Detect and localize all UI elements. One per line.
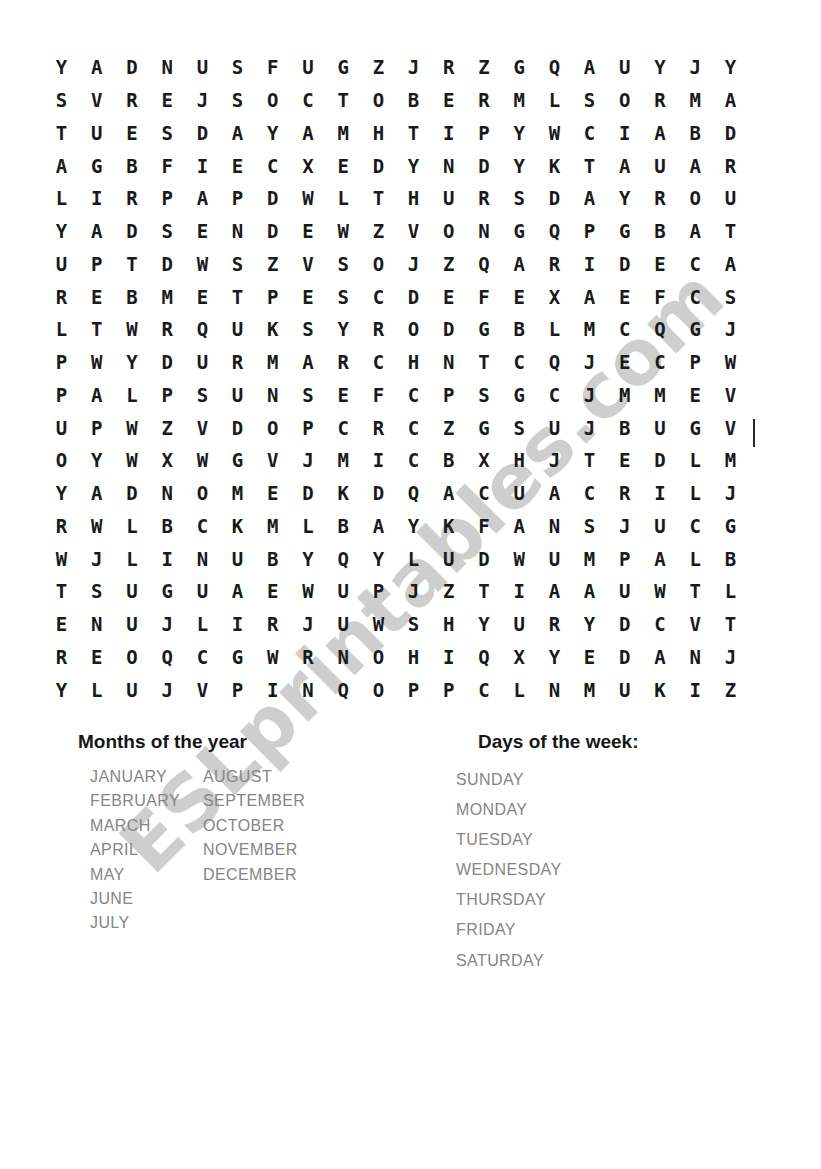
grid-cell-r16c6[interactable]: U (220, 542, 255, 575)
grid-cell-r3c6[interactable]: A (220, 117, 255, 150)
grid-cell-r10c4[interactable]: D (150, 346, 185, 379)
grid-cell-r6c19[interactable]: A (678, 215, 713, 248)
grid-cell-r8c16[interactable]: A (572, 280, 607, 313)
grid-cell-r3c2[interactable]: U (79, 117, 114, 150)
grid-cell-r2c13[interactable]: R (466, 84, 501, 117)
grid-cell-r3c9[interactable]: M (326, 117, 361, 150)
grid-cell-r15c10[interactable]: A (361, 510, 396, 543)
grid-cell-r8c20[interactable]: S (713, 280, 748, 313)
grid-cell-r19c2[interactable]: E (79, 641, 114, 674)
grid-cell-r3c10[interactable]: H (361, 117, 396, 150)
grid-cell-r8c10[interactable]: C (361, 280, 396, 313)
grid-cell-r2c2[interactable]: V (79, 84, 114, 117)
grid-cell-r16c11[interactable]: L (396, 542, 431, 575)
grid-cell-r16c5[interactable]: N (185, 542, 220, 575)
grid-cell-r8c19[interactable]: C (678, 280, 713, 313)
grid-cell-r13c8[interactable]: J (290, 444, 325, 477)
grid-cell-r2c10[interactable]: O (361, 84, 396, 117)
grid-cell-r19c11[interactable]: H (396, 641, 431, 674)
grid-cell-r9c7[interactable]: K (255, 313, 290, 346)
grid-cell-r13c6[interactable]: G (220, 444, 255, 477)
grid-cell-r10c6[interactable]: R (220, 346, 255, 379)
grid-cell-r20c9[interactable]: Q (326, 673, 361, 706)
grid-cell-r19c13[interactable]: Q (466, 641, 501, 674)
grid-cell-r4c3[interactable]: B (114, 149, 149, 182)
grid-cell-r15c11[interactable]: Y (396, 510, 431, 543)
grid-cell-r1c12[interactable]: R (431, 51, 466, 84)
grid-cell-r18c1[interactable]: E (44, 608, 79, 641)
grid-cell-r6c1[interactable]: Y (44, 215, 79, 248)
grid-cell-r15c2[interactable]: W (79, 510, 114, 543)
grid-cell-r1c15[interactable]: Q (537, 51, 572, 84)
grid-cell-r15c19[interactable]: C (678, 510, 713, 543)
grid-cell-r19c4[interactable]: Q (150, 641, 185, 674)
grid-cell-r5c10[interactable]: T (361, 182, 396, 215)
grid-cell-r17c8[interactable]: W (290, 575, 325, 608)
grid-cell-r4c18[interactable]: U (642, 149, 677, 182)
grid-cell-r14c12[interactable]: A (431, 477, 466, 510)
grid-cell-r2c5[interactable]: J (185, 84, 220, 117)
grid-cell-r2c16[interactable]: S (572, 84, 607, 117)
grid-cell-r2c14[interactable]: M (502, 84, 537, 117)
grid-cell-r13c16[interactable]: T (572, 444, 607, 477)
grid-cell-r8c15[interactable]: X (537, 280, 572, 313)
grid-cell-r4c12[interactable]: N (431, 149, 466, 182)
grid-cell-r12c1[interactable]: U (44, 411, 79, 444)
grid-cell-r14c16[interactable]: C (572, 477, 607, 510)
grid-cell-r3c15[interactable]: W (537, 117, 572, 150)
grid-cell-r3c19[interactable]: B (678, 117, 713, 150)
grid-cell-r7c7[interactable]: Z (255, 248, 290, 281)
grid-cell-r10c10[interactable]: C (361, 346, 396, 379)
grid-cell-r6c7[interactable]: D (255, 215, 290, 248)
grid-cell-r9c16[interactable]: M (572, 313, 607, 346)
grid-cell-r14c9[interactable]: K (326, 477, 361, 510)
grid-cell-r15c3[interactable]: L (114, 510, 149, 543)
grid-cell-r19c19[interactable]: N (678, 641, 713, 674)
grid-cell-r17c12[interactable]: Z (431, 575, 466, 608)
grid-cell-r3c8[interactable]: A (290, 117, 325, 150)
grid-cell-r6c3[interactable]: D (114, 215, 149, 248)
grid-cell-r5c18[interactable]: R (642, 182, 677, 215)
grid-cell-r5c4[interactable]: P (150, 182, 185, 215)
grid-cell-r3c18[interactable]: A (642, 117, 677, 150)
grid-cell-r7c2[interactable]: P (79, 248, 114, 281)
grid-cell-r16c19[interactable]: L (678, 542, 713, 575)
grid-cell-r14c19[interactable]: L (678, 477, 713, 510)
grid-cell-r20c13[interactable]: C (466, 673, 501, 706)
grid-cell-r8c11[interactable]: D (396, 280, 431, 313)
grid-cell-r18c18[interactable]: C (642, 608, 677, 641)
grid-cell-r6c2[interactable]: A (79, 215, 114, 248)
grid-cell-r10c2[interactable]: W (79, 346, 114, 379)
grid-cell-r20c11[interactable]: P (396, 673, 431, 706)
grid-cell-r13c7[interactable]: V (255, 444, 290, 477)
grid-cell-r9c10[interactable]: R (361, 313, 396, 346)
grid-cell-r5c12[interactable]: U (431, 182, 466, 215)
grid-cell-r16c20[interactable]: B (713, 542, 748, 575)
grid-cell-r15c13[interactable]: F (466, 510, 501, 543)
grid-cell-r8c17[interactable]: E (607, 280, 642, 313)
grid-cell-r16c2[interactable]: J (79, 542, 114, 575)
grid-cell-r3c17[interactable]: I (607, 117, 642, 150)
grid-cell-r4c4[interactable]: F (150, 149, 185, 182)
grid-cell-r1c14[interactable]: G (502, 51, 537, 84)
grid-cell-r4c10[interactable]: D (361, 149, 396, 182)
grid-cell-r10c15[interactable]: Q (537, 346, 572, 379)
grid-cell-r4c14[interactable]: Y (502, 149, 537, 182)
grid-cell-r11c15[interactable]: C (537, 379, 572, 412)
grid-cell-r9c15[interactable]: L (537, 313, 572, 346)
grid-cell-r11c16[interactable]: J (572, 379, 607, 412)
grid-cell-r7c1[interactable]: U (44, 248, 79, 281)
grid-cell-r4c11[interactable]: Y (396, 149, 431, 182)
grid-cell-r3c5[interactable]: D (185, 117, 220, 150)
grid-cell-r20c10[interactable]: O (361, 673, 396, 706)
grid-cell-r9c12[interactable]: D (431, 313, 466, 346)
grid-cell-r4c16[interactable]: T (572, 149, 607, 182)
grid-cell-r18c2[interactable]: N (79, 608, 114, 641)
grid-cell-r4c8[interactable]: X (290, 149, 325, 182)
grid-cell-r2c20[interactable]: A (713, 84, 748, 117)
grid-cell-r7c9[interactable]: S (326, 248, 361, 281)
grid-cell-r7c5[interactable]: W (185, 248, 220, 281)
grid-cell-r20c4[interactable]: J (150, 673, 185, 706)
grid-cell-r2c9[interactable]: T (326, 84, 361, 117)
grid-cell-r6c6[interactable]: N (220, 215, 255, 248)
grid-cell-r20c16[interactable]: M (572, 673, 607, 706)
grid-cell-r12c17[interactable]: B (607, 411, 642, 444)
grid-cell-r1c16[interactable]: A (572, 51, 607, 84)
grid-cell-r5c20[interactable]: U (713, 182, 748, 215)
grid-cell-r17c4[interactable]: G (150, 575, 185, 608)
grid-cell-r10c11[interactable]: H (396, 346, 431, 379)
grid-cell-r16c15[interactable]: U (537, 542, 572, 575)
grid-cell-r3c16[interactable]: C (572, 117, 607, 150)
grid-cell-r5c15[interactable]: D (537, 182, 572, 215)
grid-cell-r1c9[interactable]: G (326, 51, 361, 84)
grid-cell-r15c20[interactable]: G (713, 510, 748, 543)
grid-cell-r16c7[interactable]: B (255, 542, 290, 575)
grid-cell-r6c11[interactable]: V (396, 215, 431, 248)
grid-cell-r20c17[interactable]: U (607, 673, 642, 706)
grid-cell-r9c20[interactable]: J (713, 313, 748, 346)
grid-cell-r10c3[interactable]: Y (114, 346, 149, 379)
grid-cell-r10c1[interactable]: P (44, 346, 79, 379)
grid-cell-r12c15[interactable]: U (537, 411, 572, 444)
grid-cell-r8c4[interactable]: M (150, 280, 185, 313)
grid-cell-r4c2[interactable]: G (79, 149, 114, 182)
grid-cell-r19c17[interactable]: D (607, 641, 642, 674)
grid-cell-r12c16[interactable]: J (572, 411, 607, 444)
grid-cell-r18c7[interactable]: R (255, 608, 290, 641)
grid-cell-r11c20[interactable]: V (713, 379, 748, 412)
grid-cell-r7c11[interactable]: J (396, 248, 431, 281)
grid-cell-r7c20[interactable]: A (713, 248, 748, 281)
grid-cell-r3c13[interactable]: P (466, 117, 501, 150)
grid-cell-r4c15[interactable]: K (537, 149, 572, 182)
grid-cell-r14c6[interactable]: M (220, 477, 255, 510)
grid-cell-r10c5[interactable]: U (185, 346, 220, 379)
grid-cell-r6c17[interactable]: G (607, 215, 642, 248)
grid-cell-r19c1[interactable]: R (44, 641, 79, 674)
grid-cell-r11c7[interactable]: N (255, 379, 290, 412)
grid-cell-r13c15[interactable]: J (537, 444, 572, 477)
grid-cell-r20c18[interactable]: K (642, 673, 677, 706)
grid-cell-r16c16[interactable]: M (572, 542, 607, 575)
grid-cell-r1c1[interactable]: Y (44, 51, 79, 84)
grid-cell-r2c18[interactable]: R (642, 84, 677, 117)
grid-cell-r4c1[interactable]: A (44, 149, 79, 182)
grid-cell-r6c20[interactable]: T (713, 215, 748, 248)
grid-cell-r7c4[interactable]: D (150, 248, 185, 281)
grid-cell-r2c12[interactable]: E (431, 84, 466, 117)
grid-cell-r3c3[interactable]: E (114, 117, 149, 150)
grid-cell-r17c17[interactable]: U (607, 575, 642, 608)
grid-cell-r5c11[interactable]: H (396, 182, 431, 215)
grid-cell-r7c6[interactable]: S (220, 248, 255, 281)
grid-cell-r12c18[interactable]: U (642, 411, 677, 444)
grid-cell-r10c19[interactable]: P (678, 346, 713, 379)
grid-cell-r17c15[interactable]: A (537, 575, 572, 608)
grid-cell-r15c8[interactable]: L (290, 510, 325, 543)
grid-cell-r7c17[interactable]: D (607, 248, 642, 281)
grid-cell-r14c14[interactable]: U (502, 477, 537, 510)
grid-cell-r5c16[interactable]: A (572, 182, 607, 215)
grid-cell-r18c6[interactable]: I (220, 608, 255, 641)
grid-cell-r9c9[interactable]: Y (326, 313, 361, 346)
grid-cell-r9c1[interactable]: L (44, 313, 79, 346)
grid-cell-r12c6[interactable]: D (220, 411, 255, 444)
grid-cell-r9c8[interactable]: S (290, 313, 325, 346)
grid-cell-r10c20[interactable]: W (713, 346, 748, 379)
grid-cell-r16c17[interactable]: P (607, 542, 642, 575)
grid-cell-r12c20[interactable]: V (713, 411, 748, 444)
grid-cell-r15c17[interactable]: J (607, 510, 642, 543)
grid-cell-r1c11[interactable]: J (396, 51, 431, 84)
grid-cell-r14c5[interactable]: O (185, 477, 220, 510)
grid-cell-r19c12[interactable]: I (431, 641, 466, 674)
grid-cell-r15c9[interactable]: B (326, 510, 361, 543)
grid-cell-r2c3[interactable]: R (114, 84, 149, 117)
grid-cell-r8c14[interactable]: E (502, 280, 537, 313)
grid-cell-r12c7[interactable]: O (255, 411, 290, 444)
grid-cell-r18c12[interactable]: H (431, 608, 466, 641)
grid-cell-r15c4[interactable]: B (150, 510, 185, 543)
grid-cell-r17c20[interactable]: L (713, 575, 748, 608)
grid-cell-r19c6[interactable]: G (220, 641, 255, 674)
grid-cell-r18c17[interactable]: D (607, 608, 642, 641)
grid-cell-r16c3[interactable]: L (114, 542, 149, 575)
grid-cell-r1c13[interactable]: Z (466, 51, 501, 84)
grid-cell-r10c14[interactable]: C (502, 346, 537, 379)
grid-cell-r3c12[interactable]: I (431, 117, 466, 150)
grid-cell-r13c5[interactable]: W (185, 444, 220, 477)
grid-cell-r14c15[interactable]: A (537, 477, 572, 510)
grid-cell-r10c12[interactable]: N (431, 346, 466, 379)
grid-cell-r17c5[interactable]: U (185, 575, 220, 608)
grid-cell-r12c19[interactable]: G (678, 411, 713, 444)
grid-cell-r8c13[interactable]: F (466, 280, 501, 313)
grid-cell-r4c17[interactable]: A (607, 149, 642, 182)
grid-cell-r19c5[interactable]: C (185, 641, 220, 674)
grid-cell-r2c7[interactable]: O (255, 84, 290, 117)
grid-cell-r7c10[interactable]: O (361, 248, 396, 281)
grid-cell-r20c14[interactable]: L (502, 673, 537, 706)
grid-cell-r11c1[interactable]: P (44, 379, 79, 412)
grid-cell-r19c20[interactable]: J (713, 641, 748, 674)
grid-cell-r6c18[interactable]: B (642, 215, 677, 248)
grid-cell-r14c10[interactable]: D (361, 477, 396, 510)
grid-cell-r6c13[interactable]: N (466, 215, 501, 248)
grid-cell-r9c2[interactable]: T (79, 313, 114, 346)
grid-cell-r5c9[interactable]: L (326, 182, 361, 215)
grid-cell-r10c9[interactable]: R (326, 346, 361, 379)
grid-cell-r17c1[interactable]: T (44, 575, 79, 608)
grid-cell-r15c5[interactable]: C (185, 510, 220, 543)
grid-cell-r12c2[interactable]: P (79, 411, 114, 444)
grid-cell-r7c15[interactable]: R (537, 248, 572, 281)
grid-cell-r2c4[interactable]: E (150, 84, 185, 117)
grid-cell-r15c14[interactable]: A (502, 510, 537, 543)
grid-cell-r14c11[interactable]: Q (396, 477, 431, 510)
grid-cell-r11c8[interactable]: S (290, 379, 325, 412)
grid-cell-r1c18[interactable]: Y (642, 51, 677, 84)
grid-cell-r14c4[interactable]: N (150, 477, 185, 510)
grid-cell-r9c14[interactable]: B (502, 313, 537, 346)
grid-cell-r13c14[interactable]: H (502, 444, 537, 477)
grid-cell-r2c19[interactable]: M (678, 84, 713, 117)
grid-cell-r1c6[interactable]: S (220, 51, 255, 84)
grid-cell-r3c11[interactable]: T (396, 117, 431, 150)
grid-cell-r13c13[interactable]: X (466, 444, 501, 477)
grid-cell-r1c7[interactable]: F (255, 51, 290, 84)
grid-cell-r6c16[interactable]: P (572, 215, 607, 248)
grid-cell-r17c11[interactable]: J (396, 575, 431, 608)
grid-cell-r19c15[interactable]: Y (537, 641, 572, 674)
grid-cell-r16c9[interactable]: Q (326, 542, 361, 575)
grid-cell-r20c15[interactable]: N (537, 673, 572, 706)
grid-cell-r13c11[interactable]: C (396, 444, 431, 477)
grid-cell-r7c18[interactable]: E (642, 248, 677, 281)
grid-cell-r6c9[interactable]: W (326, 215, 361, 248)
grid-cell-r6c5[interactable]: E (185, 215, 220, 248)
grid-cell-r16c10[interactable]: Y (361, 542, 396, 575)
grid-cell-r17c19[interactable]: T (678, 575, 713, 608)
grid-cell-r18c15[interactable]: R (537, 608, 572, 641)
grid-cell-r17c16[interactable]: A (572, 575, 607, 608)
grid-cell-r19c16[interactable]: E (572, 641, 607, 674)
grid-cell-r16c4[interactable]: I (150, 542, 185, 575)
grid-cell-r5c1[interactable]: L (44, 182, 79, 215)
grid-cell-r4c19[interactable]: A (678, 149, 713, 182)
grid-cell-r7c8[interactable]: V (290, 248, 325, 281)
grid-cell-r18c3[interactable]: U (114, 608, 149, 641)
grid-cell-r6c4[interactable]: S (150, 215, 185, 248)
grid-cell-r15c1[interactable]: R (44, 510, 79, 543)
grid-cell-r20c8[interactable]: N (290, 673, 325, 706)
grid-cell-r20c12[interactable]: P (431, 673, 466, 706)
grid-cell-r14c2[interactable]: A (79, 477, 114, 510)
grid-cell-r13c1[interactable]: O (44, 444, 79, 477)
grid-cell-r11c13[interactable]: S (466, 379, 501, 412)
grid-cell-r10c18[interactable]: C (642, 346, 677, 379)
grid-cell-r13c9[interactable]: M (326, 444, 361, 477)
grid-cell-r2c8[interactable]: C (290, 84, 325, 117)
grid-cell-r1c5[interactable]: U (185, 51, 220, 84)
grid-cell-r4c13[interactable]: D (466, 149, 501, 182)
grid-cell-r9c19[interactable]: G (678, 313, 713, 346)
grid-cell-r15c7[interactable]: M (255, 510, 290, 543)
grid-cell-r8c6[interactable]: T (220, 280, 255, 313)
grid-cell-r12c10[interactable]: R (361, 411, 396, 444)
grid-cell-r12c13[interactable]: G (466, 411, 501, 444)
grid-cell-r13c18[interactable]: D (642, 444, 677, 477)
grid-cell-r13c3[interactable]: W (114, 444, 149, 477)
grid-cell-r17c6[interactable]: A (220, 575, 255, 608)
grid-cell-r1c17[interactable]: U (607, 51, 642, 84)
grid-cell-r13c2[interactable]: Y (79, 444, 114, 477)
grid-cell-r16c13[interactable]: D (466, 542, 501, 575)
grid-cell-r8c9[interactable]: S (326, 280, 361, 313)
grid-cell-r15c18[interactable]: U (642, 510, 677, 543)
grid-cell-r10c16[interactable]: J (572, 346, 607, 379)
grid-cell-r11c5[interactable]: S (185, 379, 220, 412)
grid-cell-r18c4[interactable]: J (150, 608, 185, 641)
grid-cell-r15c16[interactable]: S (572, 510, 607, 543)
grid-cell-r8c7[interactable]: P (255, 280, 290, 313)
grid-cell-r11c10[interactable]: F (361, 379, 396, 412)
grid-cell-r18c5[interactable]: L (185, 608, 220, 641)
grid-cell-r4c6[interactable]: E (220, 149, 255, 182)
grid-cell-r7c19[interactable]: C (678, 248, 713, 281)
grid-cell-r20c3[interactable]: U (114, 673, 149, 706)
grid-cell-r18c19[interactable]: V (678, 608, 713, 641)
grid-cell-r5c17[interactable]: Y (607, 182, 642, 215)
grid-cell-r12c12[interactable]: Z (431, 411, 466, 444)
grid-cell-r11c17[interactable]: M (607, 379, 642, 412)
grid-cell-r20c6[interactable]: P (220, 673, 255, 706)
grid-cell-r18c16[interactable]: Y (572, 608, 607, 641)
grid-cell-r13c4[interactable]: X (150, 444, 185, 477)
grid-cell-r18c14[interactable]: U (502, 608, 537, 641)
grid-cell-r5c14[interactable]: S (502, 182, 537, 215)
grid-cell-r1c8[interactable]: U (290, 51, 325, 84)
grid-cell-r5c3[interactable]: R (114, 182, 149, 215)
grid-cell-r6c14[interactable]: G (502, 215, 537, 248)
grid-cell-r2c1[interactable]: S (44, 84, 79, 117)
grid-cell-r11c14[interactable]: G (502, 379, 537, 412)
grid-cell-r5c5[interactable]: A (185, 182, 220, 215)
grid-cell-r19c7[interactable]: W (255, 641, 290, 674)
grid-cell-r15c12[interactable]: K (431, 510, 466, 543)
grid-cell-r20c20[interactable]: Z (713, 673, 748, 706)
grid-cell-r19c10[interactable]: O (361, 641, 396, 674)
grid-cell-r14c3[interactable]: D (114, 477, 149, 510)
grid-cell-r7c3[interactable]: T (114, 248, 149, 281)
grid-cell-r11c11[interactable]: C (396, 379, 431, 412)
grid-cell-r15c6[interactable]: K (220, 510, 255, 543)
grid-cell-r11c9[interactable]: E (326, 379, 361, 412)
grid-cell-r12c5[interactable]: V (185, 411, 220, 444)
grid-cell-r12c4[interactable]: Z (150, 411, 185, 444)
grid-cell-r4c20[interactable]: R (713, 149, 748, 182)
grid-cell-r8c1[interactable]: R (44, 280, 79, 313)
grid-cell-r7c16[interactable]: I (572, 248, 607, 281)
grid-cell-r9c3[interactable]: W (114, 313, 149, 346)
grid-cell-r12c11[interactable]: C (396, 411, 431, 444)
grid-cell-r2c17[interactable]: O (607, 84, 642, 117)
